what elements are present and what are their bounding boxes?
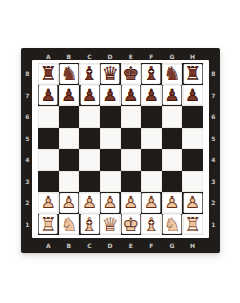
piece-fill: ♜ xyxy=(182,214,203,236)
piece-black-knight-b8[interactable]: ♞♘ xyxy=(59,63,80,85)
piece-fill: ♝ xyxy=(141,214,162,236)
square-e5[interactable] xyxy=(121,128,142,150)
piece-fill: ♜ xyxy=(38,63,59,85)
piece-fill: ♞ xyxy=(59,214,80,236)
square-e3[interactable] xyxy=(121,171,142,193)
piece-outline: ♙ xyxy=(79,192,100,214)
square-g1[interactable]: ♞♘ xyxy=(162,214,183,236)
piece-white-knight-g1[interactable]: ♞♘ xyxy=(162,214,183,236)
square-b3[interactable] xyxy=(59,171,80,193)
piece-outline: ♘ xyxy=(162,63,183,85)
piece-black-king-e8[interactable]: ♚♔ xyxy=(121,63,142,85)
square-h6[interactable] xyxy=(182,106,203,128)
square-c2[interactable]: ♟♙ xyxy=(79,192,100,214)
square-g3[interactable] xyxy=(162,171,183,193)
rank-label-3: 3 xyxy=(22,171,33,193)
piece-fill: ♝ xyxy=(141,63,162,85)
piece-fill: ♟ xyxy=(79,85,100,107)
file-label-g: G xyxy=(162,240,183,251)
rank-label-8: 8 xyxy=(22,63,33,85)
rank-label-5: 5 xyxy=(208,128,219,150)
file-label-g: G xyxy=(162,51,183,62)
piece-white-pawn-h2[interactable]: ♟♙ xyxy=(182,192,203,214)
piece-outline: ♙ xyxy=(121,192,142,214)
piece-black-pawn-c7[interactable]: ♟♙ xyxy=(79,85,100,107)
square-a8[interactable]: ♜♖ xyxy=(38,63,59,85)
piece-outline: ♖ xyxy=(182,214,203,236)
square-c5[interactable] xyxy=(79,128,100,150)
piece-outline: ♙ xyxy=(38,85,59,107)
square-b4[interactable] xyxy=(59,149,80,171)
square-g5[interactable] xyxy=(162,128,183,150)
square-c1[interactable]: ♝♗ xyxy=(79,214,100,236)
square-c3[interactable] xyxy=(79,171,100,193)
file-label-h: H xyxy=(182,240,203,251)
square-e1[interactable]: ♚♔ xyxy=(121,214,142,236)
file-label-a: A xyxy=(38,51,59,62)
rank-labels-left: 87654321 xyxy=(22,63,33,235)
piece-fill: ♟ xyxy=(141,192,162,214)
piece-outline: ♘ xyxy=(59,63,80,85)
piece-white-king-e1[interactable]: ♚♔ xyxy=(121,214,142,236)
piece-outline: ♗ xyxy=(141,63,162,85)
square-h8[interactable]: ♜♖ xyxy=(182,63,203,85)
square-e7[interactable]: ♟♙ xyxy=(121,85,142,107)
square-f7[interactable]: ♟♙ xyxy=(141,85,162,107)
piece-white-bishop-c1[interactable]: ♝♗ xyxy=(79,214,100,236)
piece-black-rook-a8[interactable]: ♜♖ xyxy=(38,63,59,85)
piece-fill: ♟ xyxy=(38,192,59,214)
square-f2[interactable]: ♟♙ xyxy=(141,192,162,214)
square-b2[interactable]: ♟♙ xyxy=(59,192,80,214)
square-c4[interactable] xyxy=(79,149,100,171)
square-d1[interactable]: ♛♕ xyxy=(100,214,121,236)
file-label-f: F xyxy=(141,51,162,62)
rank-label-4: 4 xyxy=(22,149,33,171)
square-h2[interactable]: ♟♙ xyxy=(182,192,203,214)
piece-black-pawn-g7[interactable]: ♟♙ xyxy=(162,85,183,107)
piece-outline: ♙ xyxy=(121,85,142,107)
file-labels-top: ABCDEFGH xyxy=(38,51,203,62)
square-e4[interactable] xyxy=(121,149,142,171)
rank-label-3: 3 xyxy=(208,171,219,193)
piece-outline: ♖ xyxy=(38,63,59,85)
piece-outline: ♙ xyxy=(100,192,121,214)
file-label-d: D xyxy=(100,240,121,251)
file-label-b: B xyxy=(59,240,80,251)
chess-board-grid: ♜♖♞♘♝♗♛♕♚♔♝♗♞♘♜♖♟♙♟♙♟♙♟♙♟♙♟♙♟♙♟♙♟♙♟♙♟♙♟♙… xyxy=(38,63,203,235)
square-a7[interactable]: ♟♙ xyxy=(38,85,59,107)
square-f4[interactable] xyxy=(141,149,162,171)
piece-outline: ♗ xyxy=(79,63,100,85)
piece-white-pawn-f2[interactable]: ♟♙ xyxy=(141,192,162,214)
product-photo: ABCDEFGH ABCDEFGH 87654321 87654321 ♜♖♞♘… xyxy=(0,0,240,303)
piece-white-queen-d1[interactable]: ♛♕ xyxy=(100,214,121,236)
square-h7[interactable]: ♟♙ xyxy=(182,85,203,107)
square-a6[interactable] xyxy=(38,106,59,128)
piece-fill: ♟ xyxy=(59,192,80,214)
piece-outline: ♙ xyxy=(182,192,203,214)
square-g8[interactable]: ♞♘ xyxy=(162,63,183,85)
piece-black-bishop-f8[interactable]: ♝♗ xyxy=(141,63,162,85)
rank-label-6: 6 xyxy=(208,106,219,128)
piece-fill: ♞ xyxy=(59,63,80,85)
square-h1[interactable]: ♜♖ xyxy=(182,214,203,236)
square-g7[interactable]: ♟♙ xyxy=(162,85,183,107)
square-d2[interactable]: ♟♙ xyxy=(100,192,121,214)
piece-fill: ♝ xyxy=(79,214,100,236)
file-label-e: E xyxy=(121,240,142,251)
square-d3[interactable] xyxy=(100,171,121,193)
file-label-d: D xyxy=(100,51,121,62)
piece-white-pawn-d2[interactable]: ♟♙ xyxy=(100,192,121,214)
square-f5[interactable] xyxy=(141,128,162,150)
piece-outline: ♙ xyxy=(59,85,80,107)
piece-fill: ♟ xyxy=(38,85,59,107)
piece-black-pawn-b7[interactable]: ♟♙ xyxy=(59,85,80,107)
piece-outline: ♘ xyxy=(162,214,183,236)
piece-outline: ♕ xyxy=(100,214,121,236)
rank-label-4: 4 xyxy=(208,149,219,171)
piece-outline: ♔ xyxy=(121,214,142,236)
piece-fill: ♜ xyxy=(38,214,59,236)
piece-white-bishop-f1[interactable]: ♝♗ xyxy=(141,214,162,236)
square-c8[interactable]: ♝♗ xyxy=(79,63,100,85)
piece-outline: ♖ xyxy=(182,63,203,85)
piece-white-rook-h1[interactable]: ♜♖ xyxy=(182,214,203,236)
piece-fill: ♜ xyxy=(182,63,203,85)
rank-label-2: 2 xyxy=(208,192,219,214)
piece-fill: ♟ xyxy=(162,192,183,214)
piece-fill: ♟ xyxy=(162,85,183,107)
file-labels-bottom: ABCDEFGH xyxy=(38,240,203,251)
piece-fill: ♛ xyxy=(100,63,121,85)
file-label-e: E xyxy=(121,51,142,62)
piece-outline: ♘ xyxy=(59,214,80,236)
piece-white-pawn-g2[interactable]: ♟♙ xyxy=(162,192,183,214)
piece-white-pawn-a2[interactable]: ♟♙ xyxy=(38,192,59,214)
piece-fill: ♟ xyxy=(59,85,80,107)
square-d8[interactable]: ♛♕ xyxy=(100,63,121,85)
rank-labels-right: 87654321 xyxy=(208,63,219,235)
square-f6[interactable] xyxy=(141,106,162,128)
file-label-b: B xyxy=(59,51,80,62)
square-e6[interactable] xyxy=(121,106,142,128)
piece-outline: ♖ xyxy=(38,214,59,236)
piece-fill: ♚ xyxy=(121,214,142,236)
square-b7[interactable]: ♟♙ xyxy=(59,85,80,107)
square-e8[interactable]: ♚♔ xyxy=(121,63,142,85)
piece-outline: ♙ xyxy=(141,192,162,214)
square-h4[interactable] xyxy=(182,149,203,171)
square-g2[interactable]: ♟♙ xyxy=(162,192,183,214)
square-c7[interactable]: ♟♙ xyxy=(79,85,100,107)
piece-black-pawn-d7[interactable]: ♟♙ xyxy=(100,85,121,107)
piece-outline: ♕ xyxy=(100,63,121,85)
square-a1[interactable]: ♜♖ xyxy=(38,214,59,236)
piece-fill: ♝ xyxy=(79,63,100,85)
rank-label-8: 8 xyxy=(208,63,219,85)
piece-outline: ♙ xyxy=(100,85,121,107)
piece-fill: ♟ xyxy=(121,192,142,214)
square-g6[interactable] xyxy=(162,106,183,128)
square-f1[interactable]: ♝♗ xyxy=(141,214,162,236)
piece-black-knight-g8[interactable]: ♞♘ xyxy=(162,63,183,85)
square-b5[interactable] xyxy=(59,128,80,150)
rank-label-5: 5 xyxy=(22,128,33,150)
square-h5[interactable] xyxy=(182,128,203,150)
rank-label-1: 1 xyxy=(22,214,33,236)
rank-label-7: 7 xyxy=(22,85,33,107)
piece-fill: ♞ xyxy=(162,214,183,236)
square-f8[interactable]: ♝♗ xyxy=(141,63,162,85)
square-c6[interactable] xyxy=(79,106,100,128)
square-a5[interactable] xyxy=(38,128,59,150)
chess-board-frame: ABCDEFGH ABCDEFGH 87654321 87654321 ♜♖♞♘… xyxy=(21,48,220,253)
piece-white-rook-a1[interactable]: ♜♖ xyxy=(38,214,59,236)
file-label-c: C xyxy=(79,240,100,251)
piece-fill: ♟ xyxy=(182,192,203,214)
square-a2[interactable]: ♟♙ xyxy=(38,192,59,214)
piece-fill: ♟ xyxy=(182,85,203,107)
piece-black-pawn-e7[interactable]: ♟♙ xyxy=(121,85,142,107)
rank-label-1: 1 xyxy=(208,214,219,236)
piece-outline: ♙ xyxy=(141,85,162,107)
piece-outline: ♙ xyxy=(182,85,203,107)
piece-fill: ♟ xyxy=(100,192,121,214)
square-b8[interactable]: ♞♘ xyxy=(59,63,80,85)
piece-white-pawn-b2[interactable]: ♟♙ xyxy=(59,192,80,214)
square-e2[interactable]: ♟♙ xyxy=(121,192,142,214)
piece-white-knight-b1[interactable]: ♞♘ xyxy=(59,214,80,236)
piece-fill: ♚ xyxy=(121,63,142,85)
square-d6[interactable] xyxy=(100,106,121,128)
file-label-h: H xyxy=(182,51,203,62)
square-d4[interactable] xyxy=(100,149,121,171)
piece-white-pawn-c2[interactable]: ♟♙ xyxy=(79,192,100,214)
square-a3[interactable] xyxy=(38,171,59,193)
piece-black-pawn-h7[interactable]: ♟♙ xyxy=(182,85,203,107)
piece-fill: ♟ xyxy=(121,85,142,107)
square-a4[interactable] xyxy=(38,149,59,171)
piece-outline: ♙ xyxy=(38,192,59,214)
piece-outline: ♙ xyxy=(59,192,80,214)
square-d5[interactable] xyxy=(100,128,121,150)
file-label-a: A xyxy=(38,240,59,251)
square-h3[interactable] xyxy=(182,171,203,193)
square-d7[interactable]: ♟♙ xyxy=(100,85,121,107)
file-label-f: F xyxy=(141,240,162,251)
piece-outline: ♗ xyxy=(141,214,162,236)
piece-fill: ♛ xyxy=(100,214,121,236)
piece-white-pawn-e2[interactable]: ♟♙ xyxy=(121,192,142,214)
piece-fill: ♟ xyxy=(100,85,121,107)
piece-outline: ♗ xyxy=(79,214,100,236)
piece-outline: ♔ xyxy=(121,63,142,85)
square-f3[interactable] xyxy=(141,171,162,193)
rank-label-2: 2 xyxy=(22,192,33,214)
square-b6[interactable] xyxy=(59,106,80,128)
piece-outline: ♙ xyxy=(162,85,183,107)
piece-outline: ♙ xyxy=(162,192,183,214)
piece-black-pawn-f7[interactable]: ♟♙ xyxy=(141,85,162,107)
piece-fill: ♞ xyxy=(162,63,183,85)
piece-black-queen-d8[interactable]: ♛♕ xyxy=(100,63,121,85)
file-label-c: C xyxy=(79,51,100,62)
rank-label-7: 7 xyxy=(208,85,219,107)
piece-fill: ♟ xyxy=(141,85,162,107)
rank-label-6: 6 xyxy=(22,106,33,128)
piece-outline: ♙ xyxy=(79,85,100,107)
square-b1[interactable]: ♞♘ xyxy=(59,214,80,236)
piece-fill: ♟ xyxy=(79,192,100,214)
piece-black-pawn-a7[interactable]: ♟♙ xyxy=(38,85,59,107)
piece-black-bishop-c8[interactable]: ♝♗ xyxy=(79,63,100,85)
square-g4[interactable] xyxy=(162,149,183,171)
piece-black-rook-h8[interactable]: ♜♖ xyxy=(182,63,203,85)
